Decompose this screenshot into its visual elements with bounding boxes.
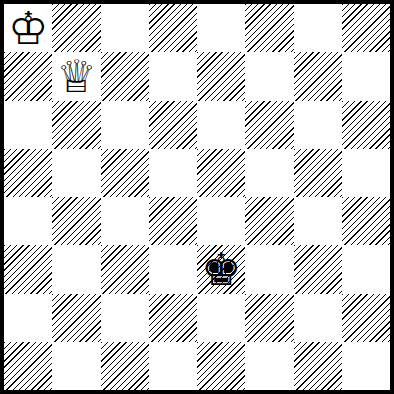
square-b4[interactable] [52, 197, 100, 245]
square-g2[interactable] [294, 294, 342, 342]
square-b6[interactable] [52, 101, 100, 149]
square-f6[interactable] [245, 101, 293, 149]
square-f8[interactable] [245, 4, 293, 52]
square-a6[interactable] [4, 101, 52, 149]
square-h6[interactable] [342, 101, 390, 149]
square-g7[interactable] [294, 52, 342, 100]
square-g4[interactable] [294, 197, 342, 245]
square-h2[interactable] [342, 294, 390, 342]
square-f1[interactable] [245, 342, 293, 390]
square-g1[interactable] [294, 342, 342, 390]
square-e7[interactable] [197, 52, 245, 100]
square-g5[interactable] [294, 149, 342, 197]
square-e4[interactable] [197, 197, 245, 245]
square-d2[interactable] [149, 294, 197, 342]
board-frame: ♔♕♚ [0, 0, 394, 394]
square-e5[interactable] [197, 149, 245, 197]
square-b1[interactable] [52, 342, 100, 390]
square-d5[interactable] [149, 149, 197, 197]
square-h3[interactable] [342, 245, 390, 293]
square-c8[interactable] [101, 4, 149, 52]
square-b2[interactable] [52, 294, 100, 342]
square-g8[interactable] [294, 4, 342, 52]
square-a2[interactable] [4, 294, 52, 342]
square-g6[interactable] [294, 101, 342, 149]
square-d8[interactable] [149, 4, 197, 52]
square-c2[interactable] [101, 294, 149, 342]
square-d7[interactable] [149, 52, 197, 100]
square-a4[interactable] [4, 197, 52, 245]
square-f2[interactable] [245, 294, 293, 342]
square-e6[interactable] [197, 101, 245, 149]
square-f7[interactable] [245, 52, 293, 100]
square-g3[interactable] [294, 245, 342, 293]
square-f3[interactable] [245, 245, 293, 293]
chess-board: ♔♕♚ [4, 4, 390, 390]
square-b3[interactable] [52, 245, 100, 293]
square-e3[interactable]: ♚ [197, 245, 245, 293]
square-a3[interactable] [4, 245, 52, 293]
square-c4[interactable] [101, 197, 149, 245]
square-c1[interactable] [101, 342, 149, 390]
square-f5[interactable] [245, 149, 293, 197]
square-h1[interactable] [342, 342, 390, 390]
square-h8[interactable] [342, 4, 390, 52]
white-queen[interactable]: ♕ [56, 54, 96, 99]
square-d4[interactable] [149, 197, 197, 245]
square-b8[interactable] [52, 4, 100, 52]
square-b7[interactable]: ♕ [52, 52, 100, 100]
square-c7[interactable] [101, 52, 149, 100]
square-a1[interactable] [4, 342, 52, 390]
square-c5[interactable] [101, 149, 149, 197]
white-king[interactable]: ♔ [8, 6, 48, 51]
square-d3[interactable] [149, 245, 197, 293]
square-h4[interactable] [342, 197, 390, 245]
square-f4[interactable] [245, 197, 293, 245]
square-d6[interactable] [149, 101, 197, 149]
square-a7[interactable] [4, 52, 52, 100]
square-a8[interactable]: ♔ [4, 4, 52, 52]
square-c3[interactable] [101, 245, 149, 293]
black-king[interactable]: ♚ [201, 247, 241, 292]
square-e2[interactable] [197, 294, 245, 342]
square-d1[interactable] [149, 342, 197, 390]
square-b5[interactable] [52, 149, 100, 197]
square-c6[interactable] [101, 101, 149, 149]
square-e8[interactable] [197, 4, 245, 52]
square-h5[interactable] [342, 149, 390, 197]
square-e1[interactable] [197, 342, 245, 390]
square-a5[interactable] [4, 149, 52, 197]
square-h7[interactable] [342, 52, 390, 100]
